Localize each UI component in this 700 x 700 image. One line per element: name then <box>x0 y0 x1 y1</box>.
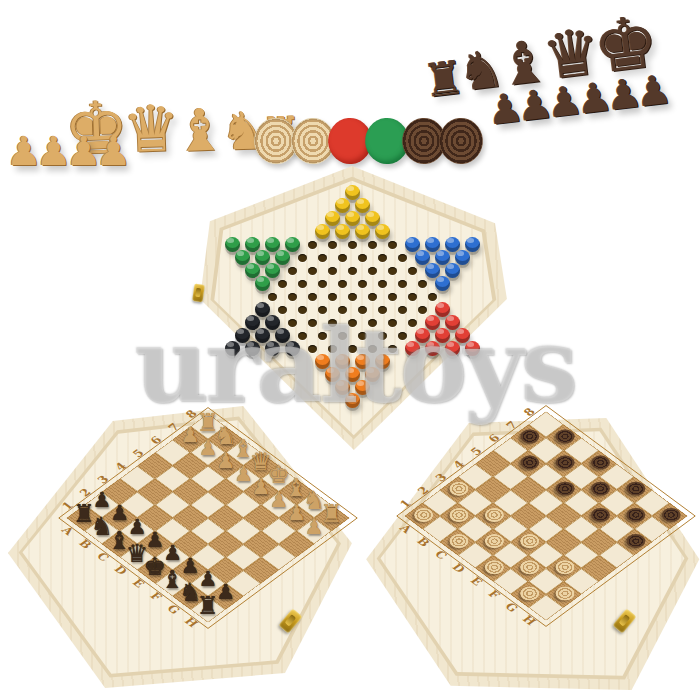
square-h7 <box>634 516 669 542</box>
light-front-row: ♟♟♟♟ <box>6 133 131 170</box>
hole <box>318 332 327 340</box>
star-slot <box>392 277 412 290</box>
square-d2: ♟ <box>137 531 172 557</box>
peg-R <box>435 302 450 317</box>
square-c6 <box>190 466 225 492</box>
dark-chess-piece: ♟ <box>181 556 200 577</box>
square-f4 <box>208 531 243 557</box>
dark-chess-piece: ♝ <box>161 567 183 592</box>
peg-O <box>355 354 370 369</box>
peg-Y <box>355 198 370 213</box>
dark-chess-piece: ♟ <box>199 569 218 590</box>
star-slot <box>322 212 342 225</box>
square-e5 <box>546 503 581 529</box>
square-g8: ♞ <box>296 492 331 518</box>
star-slot <box>362 368 382 381</box>
star-slot <box>352 303 372 316</box>
hole <box>328 267 337 275</box>
peg-R <box>445 341 460 356</box>
star-slot <box>422 342 442 355</box>
square-d8: ♛ <box>243 453 278 479</box>
hole <box>308 241 317 249</box>
square-b7 <box>528 438 563 464</box>
star-slot <box>232 251 252 264</box>
square-c4 <box>155 492 190 518</box>
star-slot <box>252 329 272 342</box>
dark-chess-piece: ♟ <box>216 582 235 603</box>
peg-K <box>265 315 280 330</box>
dark-chess-piece: ♛ <box>126 541 148 566</box>
checkers-board: 87654321ABCDEFGH <box>358 402 700 698</box>
light-checker-piece <box>481 557 508 577</box>
star-slot <box>242 238 262 251</box>
square-c4 <box>493 490 528 516</box>
star-slot <box>342 316 362 329</box>
peg-Y <box>335 224 350 239</box>
star-slot <box>262 316 282 329</box>
square-g3 <box>208 557 243 583</box>
light-chess-piece: ♟ <box>287 503 306 524</box>
star-row <box>221 329 483 342</box>
square-g7: ♟ <box>279 505 314 531</box>
star-slot <box>222 342 242 355</box>
hole <box>378 332 387 340</box>
star-row <box>221 277 483 290</box>
star-slot <box>282 238 302 251</box>
peg-O <box>325 367 340 382</box>
square-b6 <box>511 451 546 477</box>
star-row <box>221 303 483 316</box>
peg-K <box>255 302 270 317</box>
dark-checker-piece <box>622 505 649 525</box>
star-slot <box>312 303 332 316</box>
square-b5 <box>493 464 528 490</box>
star-slot <box>302 290 322 303</box>
star-slot <box>362 264 382 277</box>
star-slot <box>252 277 272 290</box>
star-slot <box>342 368 362 381</box>
dark-checker-piece <box>622 531 649 551</box>
peg-O <box>335 380 350 395</box>
square-e5 <box>208 505 243 531</box>
hole <box>348 267 357 275</box>
peg-Y <box>375 224 390 239</box>
peg-B <box>415 250 430 265</box>
square-h5 <box>599 542 634 568</box>
peg-K <box>225 341 240 356</box>
star-slot <box>392 303 412 316</box>
square-d6 <box>208 479 243 505</box>
peg-G <box>265 263 280 278</box>
star-slot <box>382 316 402 329</box>
hole <box>338 332 347 340</box>
hole <box>338 280 347 288</box>
hole <box>368 293 377 301</box>
star-slot <box>402 264 422 277</box>
star-slot <box>282 316 302 329</box>
star-slot <box>332 381 352 394</box>
hole <box>408 293 417 301</box>
light-checker-piece <box>516 531 543 551</box>
star-slot <box>332 277 352 290</box>
dark-checker-piece <box>587 479 614 499</box>
square-e1 <box>475 555 510 581</box>
square-c5 <box>173 479 208 505</box>
chess-board: ♜♞♝♛♚♝♞♜♟♟♟♟♟♟♟♟♟♟♟♟♟♟♟♟♜♞♝♛♚♝♞♜87654321… <box>2 398 354 696</box>
star-slot <box>322 290 342 303</box>
hole <box>358 254 367 262</box>
square-c7: ♟ <box>208 453 243 479</box>
peg-O <box>315 354 330 369</box>
square-g8 <box>634 490 669 516</box>
square-a8: ♜ <box>190 413 225 439</box>
square-g6 <box>599 516 634 542</box>
square-b4 <box>475 477 510 503</box>
peg-Y <box>355 224 370 239</box>
star-row <box>221 264 483 277</box>
star-slot <box>412 251 432 264</box>
square-d3 <box>155 518 190 544</box>
star-slot <box>382 342 402 355</box>
hole <box>318 306 327 314</box>
star-slot <box>312 355 332 368</box>
hole <box>348 241 357 249</box>
hole <box>358 332 367 340</box>
light-checker-piece <box>446 531 473 551</box>
star-slot <box>332 329 352 342</box>
peg-B <box>455 250 470 265</box>
square-h8 <box>652 503 687 529</box>
hole <box>388 345 397 353</box>
square-d6 <box>546 477 581 503</box>
square-h6 <box>279 531 314 557</box>
hole <box>308 267 317 275</box>
star-slot <box>322 342 342 355</box>
square-b3 <box>458 490 493 516</box>
light-checker-piece <box>516 584 543 604</box>
peg-B <box>425 237 440 252</box>
star-slot <box>432 277 452 290</box>
hole <box>368 345 377 353</box>
square-b7: ♟ <box>190 440 225 466</box>
hole <box>288 267 297 275</box>
square-b2 <box>440 503 475 529</box>
star-slot <box>352 277 372 290</box>
hole <box>328 319 337 327</box>
star-slot <box>252 303 272 316</box>
star-slot <box>292 277 312 290</box>
square-e4 <box>528 516 563 542</box>
star-slot <box>422 316 442 329</box>
hole <box>398 332 407 340</box>
hole <box>408 319 417 327</box>
peg-G <box>225 237 240 252</box>
star-slot <box>342 264 362 277</box>
star-slot <box>402 316 422 329</box>
hole <box>318 254 327 262</box>
square-d5 <box>190 492 225 518</box>
square-g1: ♞ <box>173 583 208 609</box>
light-pawn-piece: ♟ <box>96 133 132 170</box>
light-chess-piece: ♝ <box>285 475 307 500</box>
peg-B <box>435 250 450 265</box>
star-slot <box>372 329 392 342</box>
hole <box>328 345 337 353</box>
square-b1 <box>422 516 457 542</box>
hole <box>288 293 297 301</box>
dark-chess-piece: ♟ <box>93 490 112 511</box>
hole <box>368 267 377 275</box>
peg-Y <box>325 211 340 226</box>
dark-chess-piece: ♜ <box>197 593 219 618</box>
star-slot <box>342 238 362 251</box>
star-slot <box>362 316 382 329</box>
star-slot <box>372 225 392 238</box>
square-g7 <box>617 503 652 529</box>
peg-G <box>275 250 290 265</box>
star-row <box>221 251 483 264</box>
star-slot <box>452 251 472 264</box>
square-c5 <box>511 477 546 503</box>
dark-chess-piece: ♞ <box>179 580 201 605</box>
star-slot <box>332 303 352 316</box>
square-b1: ♞ <box>84 518 119 544</box>
peg-K <box>255 328 270 343</box>
dark-chess-piece: ♟ <box>163 543 182 564</box>
star-slot <box>382 238 402 251</box>
hole <box>418 306 427 314</box>
square-h8: ♜ <box>314 505 349 531</box>
light-chess-piece: ♜ <box>321 501 343 526</box>
light-chess-pieces-group: ♚♛♝♞♜ ♟♟♟♟ <box>6 4 258 170</box>
square-e3 <box>173 531 208 557</box>
star-slot <box>402 342 422 355</box>
peg-K <box>285 341 300 356</box>
square-b5 <box>155 466 190 492</box>
star-slot <box>342 342 362 355</box>
square-a4 <box>120 466 155 492</box>
light-checker-piece <box>410 505 437 525</box>
peg-G <box>285 237 300 252</box>
hole <box>428 293 437 301</box>
dark-checker-piece <box>552 453 579 473</box>
star-slot <box>382 264 402 277</box>
star-slot <box>372 303 392 316</box>
square-c2 <box>458 516 493 542</box>
light-checker-piece <box>552 557 579 577</box>
hole <box>278 280 287 288</box>
star-slot <box>422 264 442 277</box>
peg-K <box>275 328 290 343</box>
star-slot <box>262 238 282 251</box>
square-f8: ♝ <box>279 479 314 505</box>
hole <box>328 293 337 301</box>
star-slot <box>382 290 402 303</box>
square-f7: ♟ <box>261 492 296 518</box>
square-d7 <box>564 464 599 490</box>
dark-chess-piece: ♚ <box>144 554 166 579</box>
peg-B <box>425 263 440 278</box>
hole <box>318 280 327 288</box>
square-a2: ♟ <box>84 492 119 518</box>
square-f5 <box>564 516 599 542</box>
star-slot <box>322 238 342 251</box>
square-c7 <box>546 451 581 477</box>
hole <box>388 319 397 327</box>
light-chess-piece: ♟ <box>269 490 288 511</box>
square-d4 <box>511 503 546 529</box>
star-slot <box>312 251 332 264</box>
star-slot <box>262 342 282 355</box>
hole <box>368 241 377 249</box>
peg-O <box>375 354 390 369</box>
hole <box>298 332 307 340</box>
square-f1: ♝ <box>155 570 190 596</box>
peg-B <box>405 237 420 252</box>
hole <box>308 319 317 327</box>
star-slot <box>372 355 392 368</box>
peg-O <box>355 380 370 395</box>
star-slot <box>302 264 322 277</box>
star-slot <box>292 303 312 316</box>
star-slot <box>322 368 342 381</box>
peg-G <box>235 250 250 265</box>
star-slot <box>362 342 382 355</box>
light-chess-piece: ♝ <box>232 436 254 461</box>
star-slot <box>412 277 432 290</box>
square-e8: ♚ <box>261 466 296 492</box>
dark-checker-piece <box>587 505 614 525</box>
square-h2: ♟ <box>208 583 243 609</box>
peg-G <box>265 237 280 252</box>
square-g2: ♟ <box>190 570 225 596</box>
square-f8 <box>617 477 652 503</box>
peg-B <box>435 276 450 291</box>
peg-R <box>425 315 440 330</box>
square-e7 <box>581 477 616 503</box>
square-d1 <box>458 542 493 568</box>
square-b3 <box>120 492 155 518</box>
peg-R <box>465 341 480 356</box>
square-d2 <box>475 529 510 555</box>
star-slot <box>272 329 292 342</box>
peg-G <box>245 263 260 278</box>
square-a5 <box>137 453 172 479</box>
star-row <box>221 290 483 303</box>
square-c1: ♝ <box>102 531 137 557</box>
square-b2: ♟ <box>102 505 137 531</box>
star-slot <box>312 225 332 238</box>
star-row <box>221 186 483 199</box>
star-slot <box>272 277 292 290</box>
square-b4 <box>137 479 172 505</box>
dark-chess-piece: ♟ <box>146 530 165 551</box>
star-slot <box>442 316 462 329</box>
peg-K <box>245 341 260 356</box>
square-f1 <box>493 568 528 594</box>
square-f4 <box>546 529 581 555</box>
square-h3 <box>226 570 261 596</box>
hole <box>268 293 277 301</box>
dark-chess-piece: ♟ <box>110 503 129 524</box>
square-g4 <box>226 544 261 570</box>
star-slot <box>352 355 372 368</box>
square-f7 <box>599 490 634 516</box>
star-slot <box>442 264 462 277</box>
hole <box>408 267 417 275</box>
star-slot <box>352 381 372 394</box>
star-slot <box>362 290 382 303</box>
star-slot <box>352 329 372 342</box>
star-slot <box>222 238 242 251</box>
square-c1 <box>440 529 475 555</box>
star-slot <box>252 251 272 264</box>
square-g5 <box>581 529 616 555</box>
peg-R <box>415 328 430 343</box>
peg-B <box>445 263 460 278</box>
peg-Y <box>365 211 380 226</box>
light-checker-piece <box>446 479 473 499</box>
square-e4 <box>190 518 225 544</box>
peg-R <box>445 315 460 330</box>
square-b8: ♞ <box>208 426 243 452</box>
dark-checker-piece <box>516 453 543 473</box>
hole <box>298 254 307 262</box>
star-slot <box>262 264 282 277</box>
square-f3 <box>528 542 563 568</box>
square-d5 <box>528 490 563 516</box>
light-checker-piece <box>481 531 508 551</box>
square-g2 <box>528 568 563 594</box>
star-slot <box>322 316 342 329</box>
square-a3 <box>102 479 137 505</box>
star-slot <box>392 329 412 342</box>
square-g4 <box>564 542 599 568</box>
star-slot <box>412 303 432 316</box>
square-b8 <box>546 424 581 450</box>
star-slot <box>282 290 302 303</box>
star-slot <box>242 264 262 277</box>
hole <box>348 293 357 301</box>
star-slot <box>412 329 432 342</box>
square-g5 <box>243 531 278 557</box>
square-a4 <box>458 464 493 490</box>
star-slot <box>302 316 322 329</box>
light-chess-piece: ♞ <box>214 423 236 448</box>
peg-O <box>345 367 360 382</box>
rank-label: 8 <box>518 404 540 420</box>
dark-checker-piece <box>516 427 543 447</box>
light-chess-piece: ♟ <box>305 517 324 538</box>
square-c8 <box>564 438 599 464</box>
square-h7: ♟ <box>296 518 331 544</box>
star-slot <box>352 225 372 238</box>
light-chess-piece: ♟ <box>199 438 218 459</box>
square-d3 <box>493 516 528 542</box>
peg-B <box>445 237 460 252</box>
star-slot <box>282 342 302 355</box>
square-c3 <box>475 503 510 529</box>
square-d7: ♟ <box>226 466 261 492</box>
light-chess-piece: ♟ <box>181 425 200 446</box>
square-g3 <box>546 555 581 581</box>
light-chess-piece: ♚ <box>267 462 289 487</box>
star-slot <box>392 251 412 264</box>
square-f2: ♟ <box>173 557 208 583</box>
star-slot <box>352 251 372 264</box>
peg-G <box>245 237 260 252</box>
light-checker-piece <box>552 584 579 604</box>
